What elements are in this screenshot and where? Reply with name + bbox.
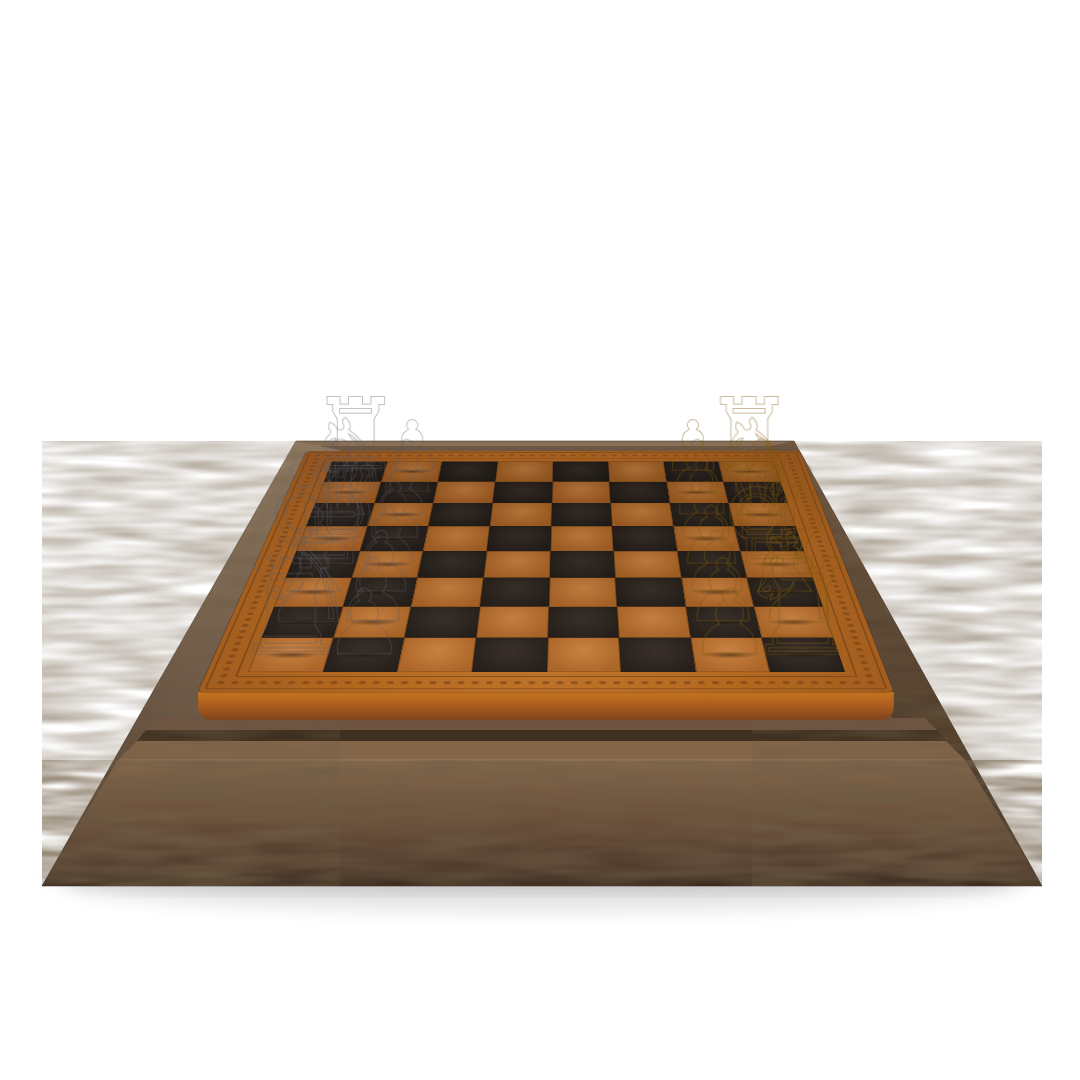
- piece-black-rook[interactable]: ♜: [743, 522, 862, 655]
- product-photo-stage: ♜♟♟♜♞♟♟♞♝♟♟♝♛♟♟♛♚♟♟♚♝♟♟♝♞♟♟♞♜♟♟♜: [0, 0, 1080, 1080]
- leather-board-front-edge: [198, 692, 894, 720]
- piece-white-pawn[interactable]: ♟: [324, 565, 405, 655]
- chessboard: ♜♟♟♜♞♟♟♞♝♟♟♝♛♟♟♛♚♟♟♚♝♟♟♝♞♟♟♞♜♟♟♜: [248, 462, 845, 672]
- board-scene: ♜♟♟♜♞♟♟♞♝♟♟♝♛♟♟♛♚♟♟♚♝♟♟♝♞♟♟♞♜♟♟♜: [0, 0, 1080, 1080]
